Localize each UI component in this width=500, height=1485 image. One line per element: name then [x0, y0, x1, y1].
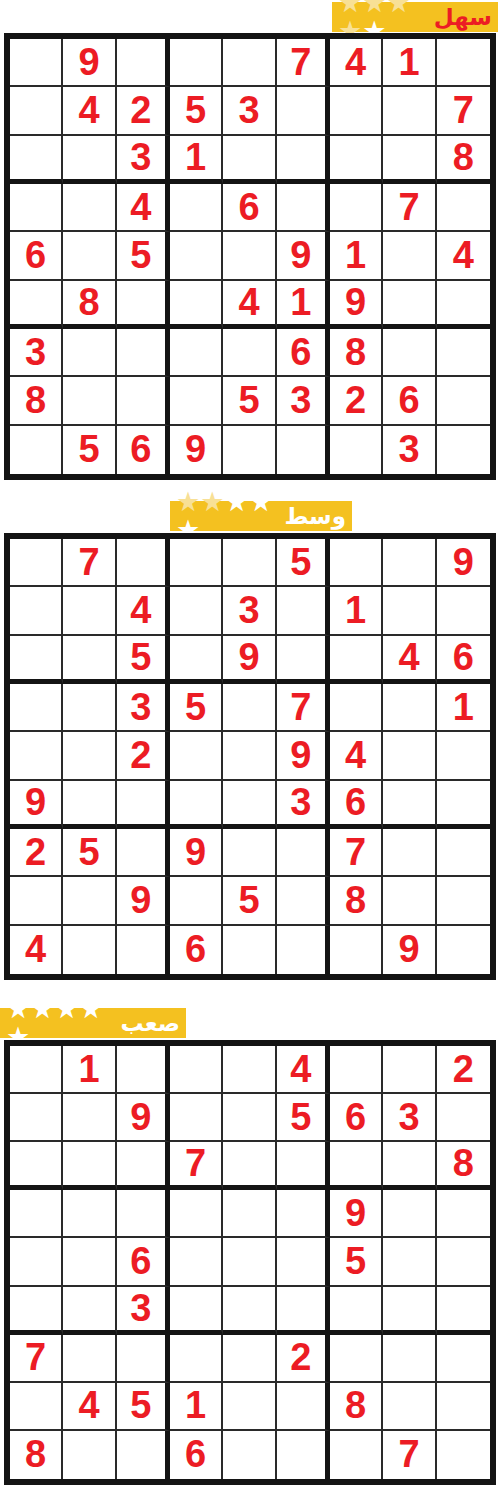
cell-r1c5[interactable] [223, 539, 276, 587]
cell-r4c8[interactable] [383, 684, 436, 732]
cell-r3c1[interactable] [10, 1142, 63, 1190]
cell-r7c4[interactable]: 9 [170, 829, 223, 877]
cell-r8c1[interactable] [10, 877, 63, 925]
cell-r3c7[interactable] [330, 636, 383, 684]
cell-r3c6[interactable] [277, 1142, 330, 1190]
cell-r2c1[interactable] [10, 87, 63, 135]
cell-r7c8[interactable] [383, 829, 436, 877]
cell-r8c5[interactable]: 5 [223, 377, 276, 425]
cell-r7c5[interactable] [223, 829, 276, 877]
cell-r6c5[interactable] [223, 1287, 276, 1335]
cell-r3c9[interactable]: 8 [437, 136, 490, 184]
cell-r9c6[interactable] [277, 426, 330, 474]
cell-r4c5[interactable] [223, 1190, 276, 1238]
cell-r9c7[interactable] [330, 426, 383, 474]
cell-r8c4[interactable] [170, 377, 223, 425]
cell-r7c6[interactable]: 2 [277, 1335, 330, 1383]
cell-r6c6[interactable]: 3 [277, 781, 330, 829]
cell-r8c5[interactable]: 5 [223, 877, 276, 925]
cell-r2c7[interactable]: 6 [330, 1094, 383, 1142]
cell-r4c4[interactable]: 5 [170, 684, 223, 732]
cell-r3c9[interactable]: 6 [437, 636, 490, 684]
cell-r4c1[interactable] [10, 1190, 63, 1238]
cell-r8c8[interactable]: 6 [383, 377, 436, 425]
cell-r6c6[interactable] [277, 1287, 330, 1335]
cell-r9c3[interactable] [117, 926, 170, 974]
cell-r3c8[interactable]: 4 [383, 636, 436, 684]
cell-r6c9[interactable] [437, 281, 490, 329]
cell-r9c6[interactable] [277, 926, 330, 974]
cell-r5c5[interactable] [223, 732, 276, 780]
cell-r9c1[interactable]: 8 [10, 1431, 63, 1479]
cell-r5c9[interactable] [437, 732, 490, 780]
cell-r2c8[interactable]: 3 [383, 1094, 436, 1142]
cell-r6c8[interactable] [383, 1287, 436, 1335]
cell-r6c5[interactable] [223, 781, 276, 829]
cell-r3c3[interactable]: 5 [117, 636, 170, 684]
star-filled-icon: ★ [30, 995, 54, 1023]
cell-r5c2[interactable] [63, 732, 116, 780]
cell-r4c3[interactable] [117, 1190, 170, 1238]
cell-r4c9[interactable] [437, 1190, 490, 1238]
cell-r2c4[interactable] [170, 1094, 223, 1142]
cell-r5c8[interactable] [383, 1238, 436, 1286]
cell-r6c6[interactable]: 1 [277, 281, 330, 329]
cell-r3c2[interactable] [63, 136, 116, 184]
cell-r5c1[interactable] [10, 732, 63, 780]
cell-r9c7[interactable] [330, 926, 383, 974]
cell-r1c3[interactable] [117, 39, 170, 87]
cell-r5c1[interactable]: 6 [10, 232, 63, 280]
cell-r4c4[interactable] [170, 184, 223, 232]
cell-r8c7[interactable]: 8 [330, 877, 383, 925]
cell-r2c6[interactable] [277, 87, 330, 135]
cell-r6c2[interactable]: 8 [63, 281, 116, 329]
cell-r3c3[interactable] [117, 1142, 170, 1190]
cell-r6c7[interactable]: 9 [330, 281, 383, 329]
cell-r2c1[interactable] [10, 587, 63, 635]
cell-r9c4[interactable]: 6 [170, 926, 223, 974]
cell-r4c6[interactable] [277, 184, 330, 232]
star-filled-icon: ★ [54, 995, 78, 1023]
cell-r7c2[interactable] [63, 329, 116, 377]
cell-r1c6[interactable]: 7 [277, 39, 330, 87]
cell-r8c2[interactable]: 4 [63, 1383, 116, 1431]
cell-r9c7[interactable] [330, 1431, 383, 1479]
cell-r6c1[interactable] [10, 281, 63, 329]
cell-r8c3[interactable] [117, 377, 170, 425]
cell-r7c1[interactable]: 7 [10, 1335, 63, 1383]
cell-r4c9[interactable]: 1 [437, 684, 490, 732]
cell-r9c9[interactable] [437, 1431, 490, 1479]
cell-r3c6[interactable] [277, 636, 330, 684]
cell-r9c5[interactable] [223, 1431, 276, 1479]
cell-r7c3[interactable] [117, 329, 170, 377]
cell-r9c4[interactable]: 9 [170, 426, 223, 474]
cell-r4c3[interactable]: 4 [117, 184, 170, 232]
cell-r1c2[interactable]: 7 [63, 539, 116, 587]
cell-r9c1[interactable] [10, 426, 63, 474]
cell-r9c1[interactable]: 4 [10, 926, 63, 974]
cell-r3c4[interactable] [170, 636, 223, 684]
cell-r8c6[interactable] [277, 1383, 330, 1431]
cell-r1c8[interactable] [383, 539, 436, 587]
cell-r7c1[interactable]: 3 [10, 329, 63, 377]
cell-r4c4[interactable] [170, 1190, 223, 1238]
cell-r9c8[interactable]: 9 [383, 926, 436, 974]
cell-r5c6[interactable]: 9 [277, 232, 330, 280]
cell-r5c7[interactable]: 4 [330, 732, 383, 780]
cell-r5c9[interactable] [437, 1238, 490, 1286]
cell-r8c8[interactable] [383, 1383, 436, 1431]
cell-r7c9[interactable] [437, 329, 490, 377]
cell-r3c5[interactable]: 9 [223, 636, 276, 684]
cell-r8c7[interactable]: 8 [330, 1383, 383, 1431]
cell-r8c1[interactable] [10, 1383, 63, 1431]
cell-r7c4[interactable] [170, 1335, 223, 1383]
cell-r7c2[interactable]: 5 [63, 829, 116, 877]
cell-r3c1[interactable] [10, 636, 63, 684]
cell-r3c8[interactable] [383, 136, 436, 184]
sudoku-board-easy: 974142537318467659148419368853265693 [4, 33, 496, 480]
cell-r4c5[interactable] [223, 684, 276, 732]
cell-r7c6[interactable] [277, 829, 330, 877]
cell-r4c1[interactable] [10, 684, 63, 732]
cell-r3c1[interactable] [10, 136, 63, 184]
cell-r8c6[interactable] [277, 877, 330, 925]
cell-r6c3[interactable] [117, 781, 170, 829]
star-filled-icon: ★ [6, 995, 30, 1023]
cell-r5c3[interactable]: 5 [117, 232, 170, 280]
cell-r1c7[interactable]: 4 [330, 39, 383, 87]
difficulty-label-hard: صعب [120, 1008, 180, 1038]
cell-r6c2[interactable] [63, 1287, 116, 1335]
cell-r1c6[interactable]: 5 [277, 539, 330, 587]
cell-r6c4[interactable] [170, 281, 223, 329]
cell-r7c9[interactable] [437, 829, 490, 877]
cell-r6c4[interactable] [170, 781, 223, 829]
cell-r9c6[interactable] [277, 1431, 330, 1479]
star-filled-icon: ★ [224, 488, 248, 516]
difficulty-label-easy: سهل [434, 2, 492, 32]
cell-r8c9[interactable] [437, 1383, 490, 1431]
cell-r5c7[interactable]: 5 [330, 1238, 383, 1286]
cell-r7c6[interactable]: 6 [277, 329, 330, 377]
cell-r3c7[interactable] [330, 1142, 383, 1190]
cell-r7c3[interactable] [117, 829, 170, 877]
cell-r6c1[interactable]: 9 [10, 781, 63, 829]
cell-r4c2[interactable] [63, 184, 116, 232]
cell-r2c6[interactable]: 5 [277, 1094, 330, 1142]
cell-r2c5[interactable]: 3 [223, 87, 276, 135]
cell-r1c5[interactable] [223, 1046, 276, 1094]
cell-r1c4[interactable] [170, 1046, 223, 1094]
cell-r9c9[interactable] [437, 926, 490, 974]
cell-r7c8[interactable] [383, 329, 436, 377]
cell-r6c7[interactable]: 6 [330, 781, 383, 829]
sudoku-board-medium: 759431594635712949362597958469 [4, 533, 496, 980]
cell-r4c6[interactable] [277, 1190, 330, 1238]
star-unfilled-icon: ★ [386, 0, 410, 17]
cell-r8c1[interactable]: 8 [10, 377, 63, 425]
cell-r8c4[interactable]: 1 [170, 1383, 223, 1431]
cell-r3c7[interactable] [330, 136, 383, 184]
cell-r7c9[interactable] [437, 1335, 490, 1383]
cell-r7c1[interactable]: 2 [10, 829, 63, 877]
cell-r2c1[interactable] [10, 1094, 63, 1142]
cell-r5c4[interactable] [170, 232, 223, 280]
cell-r3c8[interactable] [383, 1142, 436, 1190]
cell-r3c4[interactable]: 1 [170, 136, 223, 184]
cell-r6c1[interactable] [10, 1287, 63, 1335]
cell-r6c8[interactable] [383, 281, 436, 329]
cell-r5c8[interactable] [383, 232, 436, 280]
difficulty-banner-medium: ★★★★★ وسط [170, 501, 352, 531]
cell-r8c2[interactable] [63, 877, 116, 925]
cell-r6c7[interactable] [330, 1287, 383, 1335]
cell-r2c2[interactable] [63, 587, 116, 635]
cell-r6c2[interactable] [63, 781, 116, 829]
cell-r8c9[interactable] [437, 377, 490, 425]
cell-r1c9[interactable] [437, 39, 490, 87]
cell-r1c3[interactable] [117, 539, 170, 587]
cell-r4c2[interactable] [63, 1190, 116, 1238]
cell-r4c2[interactable] [63, 684, 116, 732]
cell-r8c6[interactable]: 3 [277, 377, 330, 425]
difficulty-banner-hard: ★★★★★ صعب [0, 1008, 186, 1038]
cell-r2c5[interactable]: 3 [223, 587, 276, 635]
cell-r6c3[interactable] [117, 281, 170, 329]
cell-r2c5[interactable] [223, 1094, 276, 1142]
cell-r6c4[interactable] [170, 1287, 223, 1335]
cell-r1c9[interactable]: 9 [437, 539, 490, 587]
cell-r2c4[interactable]: 5 [170, 87, 223, 135]
cell-r5c6[interactable]: 9 [277, 732, 330, 780]
cell-r5c4[interactable] [170, 1238, 223, 1286]
cell-r1c1[interactable] [10, 1046, 63, 1094]
cell-r9c3[interactable] [117, 1431, 170, 1479]
cell-r3c6[interactable] [277, 136, 330, 184]
cell-r4c7[interactable] [330, 684, 383, 732]
sudoku-board-hard: 1429563789653724518867 [4, 1040, 496, 1485]
cell-r4c8[interactable] [383, 1190, 436, 1238]
cell-r2c7[interactable]: 1 [330, 587, 383, 635]
cell-r1c8[interactable]: 1 [383, 39, 436, 87]
cell-r9c4[interactable]: 6 [170, 1431, 223, 1479]
cell-r9c8[interactable]: 3 [383, 426, 436, 474]
cell-r7c5[interactable] [223, 1335, 276, 1383]
cell-r6c3[interactable]: 3 [117, 1287, 170, 1335]
cell-r1c1[interactable] [10, 539, 63, 587]
cell-r1c6[interactable]: 4 [277, 1046, 330, 1094]
cell-r6c8[interactable] [383, 781, 436, 829]
cell-r7c2[interactable] [63, 1335, 116, 1383]
star-filled-icon: ★ [249, 488, 273, 516]
cell-r4c7[interactable]: 9 [330, 1190, 383, 1238]
cell-r4c7[interactable] [330, 184, 383, 232]
cell-r3c9[interactable]: 8 [437, 1142, 490, 1190]
cell-r6c9[interactable] [437, 1287, 490, 1335]
cell-r1c7[interactable] [330, 1046, 383, 1094]
cell-r4c6[interactable]: 7 [277, 684, 330, 732]
cell-r5c7[interactable]: 1 [330, 232, 383, 280]
cell-r2c3[interactable]: 2 [117, 87, 170, 135]
cell-r1c9[interactable]: 2 [437, 1046, 490, 1094]
cell-r5c1[interactable] [10, 1238, 63, 1286]
cell-r8c9[interactable] [437, 877, 490, 925]
cell-r3c3[interactable]: 3 [117, 136, 170, 184]
cell-r5c9[interactable]: 4 [437, 232, 490, 280]
cell-r9c2[interactable] [63, 926, 116, 974]
cell-r3c2[interactable] [63, 1142, 116, 1190]
cell-r8c2[interactable] [63, 377, 116, 425]
cell-r1c5[interactable] [223, 39, 276, 87]
cell-r7c3[interactable] [117, 1335, 170, 1383]
cell-r2c8[interactable] [383, 587, 436, 635]
cell-r1c4[interactable] [170, 539, 223, 587]
cell-r2c4[interactable] [170, 587, 223, 635]
cell-r2c9[interactable] [437, 1094, 490, 1142]
cell-r9c8[interactable]: 7 [383, 1431, 436, 1479]
cell-r8c5[interactable] [223, 1383, 276, 1431]
cell-r3c5[interactable] [223, 136, 276, 184]
cell-r1c8[interactable] [383, 1046, 436, 1094]
star-filled-icon: ★ [79, 995, 103, 1023]
cell-r7c7[interactable]: 7 [330, 829, 383, 877]
cell-r3c5[interactable] [223, 1142, 276, 1190]
cell-r9c3[interactable]: 6 [117, 426, 170, 474]
cell-r9c5[interactable] [223, 426, 276, 474]
cell-r9c9[interactable] [437, 426, 490, 474]
cell-r9c5[interactable] [223, 926, 276, 974]
cell-r1c3[interactable] [117, 1046, 170, 1094]
cell-r2c8[interactable] [383, 87, 436, 135]
cell-r5c3[interactable]: 2 [117, 732, 170, 780]
cell-r5c3[interactable]: 6 [117, 1238, 170, 1286]
cell-r7c7[interactable] [330, 1335, 383, 1383]
cell-r2c9[interactable] [437, 587, 490, 635]
sudoku-page: ★★★★★ سهل 974142537318467659148419368853… [0, 0, 500, 1485]
cell-r4c9[interactable] [437, 184, 490, 232]
cell-r5c2[interactable] [63, 1238, 116, 1286]
star-unfilled-icon: ★ [176, 488, 200, 516]
cell-r2c9[interactable]: 7 [437, 87, 490, 135]
cell-r2c2[interactable]: 4 [63, 87, 116, 135]
difficulty-label-medium: وسط [284, 501, 346, 531]
cell-r2c3[interactable]: 9 [117, 1094, 170, 1142]
cell-r1c7[interactable] [330, 539, 383, 587]
cell-r8c8[interactable] [383, 877, 436, 925]
cell-r7c7[interactable]: 8 [330, 329, 383, 377]
star-unfilled-icon: ★ [200, 488, 224, 516]
cell-r9c2[interactable]: 5 [63, 426, 116, 474]
cell-r1c2[interactable]: 1 [63, 1046, 116, 1094]
cell-r5c6[interactable] [277, 1238, 330, 1286]
cell-r1c2[interactable]: 9 [63, 39, 116, 87]
cell-r4c1[interactable] [10, 184, 63, 232]
cell-r6c9[interactable] [437, 781, 490, 829]
cell-r4c8[interactable]: 7 [383, 184, 436, 232]
cell-r8c7[interactable]: 2 [330, 377, 383, 425]
cell-r7c4[interactable] [170, 329, 223, 377]
cell-r7c8[interactable] [383, 1335, 436, 1383]
difficulty-banner-easy: ★★★★★ سهل [332, 2, 498, 32]
cell-r2c7[interactable] [330, 87, 383, 135]
cell-r3c4[interactable]: 7 [170, 1142, 223, 1190]
cell-r1c1[interactable] [10, 39, 63, 87]
cell-r2c6[interactable] [277, 587, 330, 635]
cell-r5c5[interactable] [223, 232, 276, 280]
cell-r2c2[interactable] [63, 1094, 116, 1142]
cell-r8c4[interactable] [170, 877, 223, 925]
cell-r1c4[interactable] [170, 39, 223, 87]
cell-r7c5[interactable] [223, 329, 276, 377]
cell-r9c2[interactable] [63, 1431, 116, 1479]
cell-r8c3[interactable]: 9 [117, 877, 170, 925]
cell-r3c2[interactable] [63, 636, 116, 684]
cell-r4c3[interactable]: 3 [117, 684, 170, 732]
cell-r4c5[interactable]: 6 [223, 184, 276, 232]
cell-r6c5[interactable]: 4 [223, 281, 276, 329]
cell-r5c8[interactable] [383, 732, 436, 780]
cell-r5c2[interactable] [63, 232, 116, 280]
cell-r5c4[interactable] [170, 732, 223, 780]
cell-r2c3[interactable]: 4 [117, 587, 170, 635]
cell-r8c3[interactable]: 5 [117, 1383, 170, 1431]
cell-r5c5[interactable] [223, 1238, 276, 1286]
